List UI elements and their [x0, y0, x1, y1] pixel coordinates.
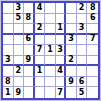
cell-r9c3[interactable] [24, 87, 35, 98]
cell-r5c2[interactable] [14, 45, 25, 56]
cell-r6c9[interactable] [87, 56, 98, 67]
cell-r8c8[interactable]: 6 [77, 77, 88, 88]
cell-r4c8[interactable] [77, 35, 88, 46]
cell-r9c8[interactable]: 5 [77, 87, 88, 98]
cell-r7c2[interactable]: 2 [14, 66, 25, 77]
cell-r3c7[interactable] [66, 24, 77, 35]
cell-r4c3[interactable]: 6 [24, 35, 35, 46]
cell-r2c5[interactable] [45, 14, 56, 25]
cell-r7c7[interactable] [66, 66, 77, 77]
cell-r4c4[interactable] [35, 35, 46, 46]
cell-r9c4[interactable] [35, 87, 46, 98]
cell-r8c6[interactable] [56, 77, 67, 88]
cell-r7c4[interactable]: 1 [35, 66, 46, 77]
cell-r3c9[interactable] [87, 24, 98, 35]
cell-r4c6[interactable] [56, 35, 67, 46]
cell-r8c3[interactable] [24, 77, 35, 88]
cell-r6c6[interactable] [56, 56, 67, 67]
cell-r4c5[interactable] [45, 35, 56, 46]
cell-r4c7[interactable]: 3 [66, 35, 77, 46]
cell-r7c1[interactable] [3, 66, 14, 77]
cell-r8c9[interactable] [87, 77, 98, 88]
cell-r1c8[interactable]: 2 [77, 3, 88, 14]
cell-r2c9[interactable]: 6 [87, 14, 98, 25]
cell-r1c1[interactable] [3, 3, 14, 14]
cell-r1c7[interactable] [66, 3, 77, 14]
cell-r7c8[interactable] [77, 66, 88, 77]
cell-r9c7[interactable] [66, 87, 77, 98]
cell-r2c1[interactable] [3, 14, 14, 25]
cell-r5c8[interactable] [77, 45, 88, 56]
sudoku-board-frame: 34285862136377133922148961975 [0, 0, 101, 101]
cell-r5c9[interactable] [87, 45, 98, 56]
cell-r6c4[interactable] [35, 56, 46, 67]
cell-r7c3[interactable] [24, 66, 35, 77]
cell-r1c2[interactable]: 3 [14, 3, 25, 14]
cell-r7c5[interactable] [45, 66, 56, 77]
cell-r1c9[interactable]: 8 [87, 3, 98, 14]
cell-r8c2[interactable] [14, 77, 25, 88]
cell-r4c2[interactable] [14, 35, 25, 46]
cell-r3c2[interactable] [14, 24, 25, 35]
cell-r1c3[interactable] [24, 3, 35, 14]
cell-r5c5[interactable]: 1 [45, 45, 56, 56]
cell-r7c9[interactable] [87, 66, 98, 77]
cell-r2c7[interactable] [66, 14, 77, 25]
cell-r8c1[interactable]: 8 [3, 77, 14, 88]
cell-r7c6[interactable]: 4 [56, 66, 67, 77]
cell-r6c1[interactable]: 3 [3, 56, 14, 67]
cell-r8c7[interactable]: 9 [66, 77, 77, 88]
cell-r9c5[interactable] [45, 87, 56, 98]
cell-r1c5[interactable] [45, 3, 56, 14]
cell-r6c8[interactable] [77, 56, 88, 67]
cell-r1c4[interactable]: 4 [35, 3, 46, 14]
cell-r3c4[interactable]: 2 [35, 24, 46, 35]
cell-r2c2[interactable]: 5 [14, 14, 25, 25]
cell-r9c2[interactable]: 9 [14, 87, 25, 98]
cell-r8c5[interactable] [45, 77, 56, 88]
cell-r6c2[interactable] [14, 56, 25, 67]
cell-r8c4[interactable] [35, 77, 46, 88]
cell-r9c9[interactable] [87, 87, 98, 98]
cell-r3c8[interactable]: 3 [77, 24, 88, 35]
cell-r9c1[interactable]: 1 [3, 87, 14, 98]
cell-r6c7[interactable]: 2 [66, 56, 77, 67]
cell-r6c3[interactable]: 9 [24, 56, 35, 67]
cell-r5c6[interactable]: 3 [56, 45, 67, 56]
cell-r9c6[interactable]: 7 [56, 87, 67, 98]
cell-r3c5[interactable] [45, 24, 56, 35]
cell-r1c6[interactable] [56, 3, 67, 14]
sudoku-board: 34285862136377133922148961975 [1, 1, 100, 100]
cell-r6c5[interactable] [45, 56, 56, 67]
cell-r3c1[interactable] [3, 24, 14, 35]
cell-r3c6[interactable]: 1 [56, 24, 67, 35]
cell-r4c1[interactable] [3, 35, 14, 46]
cell-r2c3[interactable]: 8 [24, 14, 35, 25]
cell-r4c9[interactable]: 7 [87, 35, 98, 46]
cell-r5c4[interactable]: 7 [35, 45, 46, 56]
cell-r3c3[interactable] [24, 24, 35, 35]
